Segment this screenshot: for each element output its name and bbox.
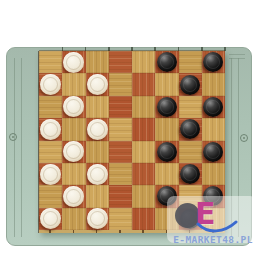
white-piece[interactable]: [63, 141, 84, 162]
square-r1c1[interactable]: [39, 51, 62, 73]
white-piece[interactable]: [40, 74, 61, 95]
white-piece[interactable]: [63, 52, 84, 73]
square-r3c4[interactable]: [109, 96, 132, 118]
square-r2c7[interactable]: [179, 73, 202, 95]
square-r4c7[interactable]: [179, 118, 202, 140]
mat-ruler-line: [229, 58, 245, 59]
square-r3c2[interactable]: [62, 96, 85, 118]
white-piece[interactable]: [87, 74, 108, 95]
square-r7c3[interactable]: [86, 185, 109, 207]
square-r4c8[interactable]: [202, 118, 225, 140]
square-r5c4[interactable]: [109, 141, 132, 163]
square-r8c1[interactable]: [39, 208, 62, 230]
square-r1c2[interactable]: [62, 51, 85, 73]
square-r4c4[interactable]: [109, 118, 132, 140]
mat-ruler-line: [21, 58, 22, 237]
square-r2c8[interactable]: [202, 73, 225, 95]
square-r5c6[interactable]: [155, 141, 178, 163]
square-r2c4[interactable]: [109, 73, 132, 95]
square-r8c2[interactable]: [62, 208, 85, 230]
square-r2c6[interactable]: [155, 73, 178, 95]
black-piece[interactable]: [180, 164, 200, 184]
square-r5c2[interactable]: [62, 141, 85, 163]
white-piece[interactable]: [87, 119, 108, 140]
square-r1c3[interactable]: [86, 51, 109, 73]
white-piece[interactable]: [87, 208, 108, 229]
square-r1c4[interactable]: [109, 51, 132, 73]
square-r2c3[interactable]: [86, 73, 109, 95]
black-piece[interactable]: [203, 52, 223, 72]
black-piece[interactable]: [203, 97, 223, 117]
square-r6c2[interactable]: [62, 163, 85, 185]
white-piece[interactable]: [63, 186, 84, 207]
square-r1c5[interactable]: [132, 51, 155, 73]
square-r4c6[interactable]: [155, 118, 178, 140]
square-r8c3[interactable]: [86, 208, 109, 230]
square-r3c1[interactable]: [39, 96, 62, 118]
square-r7c5[interactable]: [132, 185, 155, 207]
black-piece[interactable]: [180, 75, 200, 95]
square-r8c4[interactable]: [109, 208, 132, 230]
square-r6c6[interactable]: [155, 163, 178, 185]
square-r5c8[interactable]: [202, 141, 225, 163]
square-r3c5[interactable]: [132, 96, 155, 118]
square-r5c5[interactable]: [132, 141, 155, 163]
mat-snap-mark-right: [240, 134, 248, 142]
square-r5c7[interactable]: [179, 141, 202, 163]
square-r2c1[interactable]: [39, 73, 62, 95]
square-r8c5[interactable]: [132, 208, 155, 230]
square-r4c2[interactable]: [62, 118, 85, 140]
square-r5c1[interactable]: [39, 141, 62, 163]
square-r4c3[interactable]: [86, 118, 109, 140]
square-r4c5[interactable]: [132, 118, 155, 140]
white-piece[interactable]: [40, 208, 61, 229]
square-r3c3[interactable]: [86, 96, 109, 118]
black-piece[interactable]: [157, 97, 177, 117]
square-r4c1[interactable]: [39, 118, 62, 140]
mat-snap-mark-left: [9, 133, 17, 141]
square-r3c8[interactable]: [202, 96, 225, 118]
square-r7c4[interactable]: [109, 185, 132, 207]
square-r6c7[interactable]: [179, 163, 202, 185]
square-r2c5[interactable]: [132, 73, 155, 95]
square-r3c7[interactable]: [179, 96, 202, 118]
square-r5c3[interactable]: [86, 141, 109, 163]
white-piece[interactable]: [87, 164, 108, 185]
mat-ruler-line: [229, 54, 245, 55]
square-r2c2[interactable]: [62, 73, 85, 95]
black-piece[interactable]: [203, 142, 223, 162]
black-piece[interactable]: [157, 142, 177, 162]
white-piece[interactable]: [40, 164, 61, 185]
white-piece[interactable]: [40, 119, 61, 140]
white-piece[interactable]: [63, 96, 84, 117]
square-r1c8[interactable]: [202, 51, 225, 73]
watermark-text: E-MARKET48.PL: [166, 234, 260, 245]
square-r6c4[interactable]: [109, 163, 132, 185]
black-piece[interactable]: [157, 52, 177, 72]
black-piece[interactable]: [180, 119, 200, 139]
product-photo: E E-MARKET48.PL: [0, 0, 260, 260]
square-r6c3[interactable]: [86, 163, 109, 185]
square-r6c8[interactable]: [202, 163, 225, 185]
watermark-logo-swoosh-icon: [196, 219, 238, 235]
square-r3c6[interactable]: [155, 96, 178, 118]
square-r6c1[interactable]: [39, 163, 62, 185]
square-r7c1[interactable]: [39, 185, 62, 207]
square-r1c7[interactable]: [179, 51, 202, 73]
square-r1c6[interactable]: [155, 51, 178, 73]
square-r6c5[interactable]: [132, 163, 155, 185]
mat-ruler-line: [14, 58, 15, 237]
square-r7c2[interactable]: [62, 185, 85, 207]
